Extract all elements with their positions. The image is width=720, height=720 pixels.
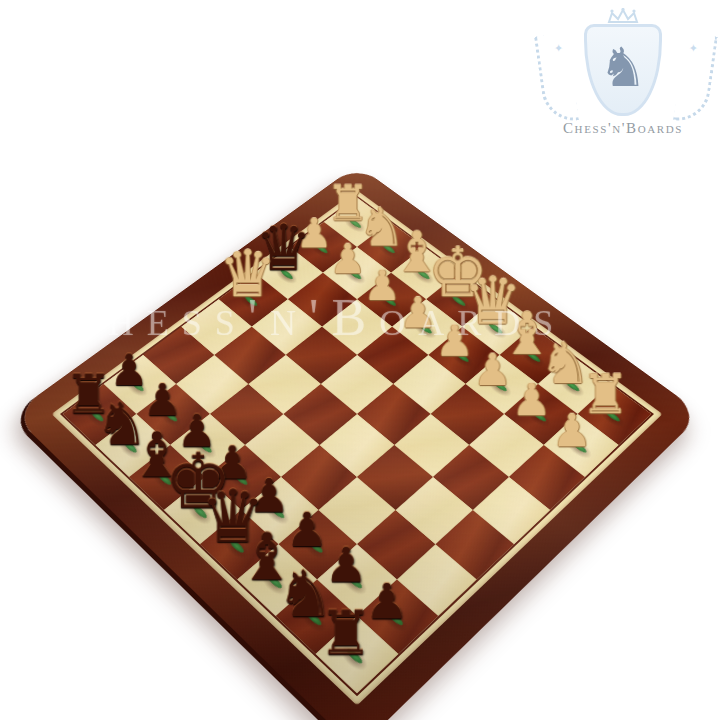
product-photo-scene: ♜♞♝♚♛♝♞♜♟♟♟♟♟♟♟♟♛♛♟♟♟♟♟♟♟♟♜♞♝♚♛♝♞♜ Chess…	[0, 0, 720, 720]
board-border-strip: ♜♞♝♚♛♝♞♜♟♟♟♟♟♟♟♟♛♛♟♟♟♟♟♟♟♟♜♞♝♚♛♝♞♜	[52, 190, 663, 705]
white-queen-h4[interactable]: ♛	[219, 242, 268, 306]
logo-shield: ♞	[584, 24, 662, 116]
crown-icon	[606, 8, 640, 24]
laurel-right-icon	[673, 32, 718, 125]
square-a8[interactable]: ♜	[316, 616, 399, 693]
black-rook-a8[interactable]: ♜	[317, 603, 376, 664]
chess-board-frame: ♜♞♝♚♛♝♞♜♟♟♟♟♟♟♟♟♛♛♟♟♟♟♟♟♟♟♜♞♝♚♛♝♞♜	[12, 165, 702, 720]
chess-board-grid: ♜♞♝♚♛♝♞♜♟♟♟♟♟♟♟♟♛♛♟♟♟♟♟♟♟♟♜♞♝♚♛♝♞♜	[63, 198, 651, 694]
brand-name: Chess'n'Boards	[528, 120, 718, 137]
chess-board-3d: ♜♞♝♚♛♝♞♜♟♟♟♟♟♟♟♟♛♛♟♟♟♟♟♟♟♟♜♞♝♚♛♝♞♜	[12, 165, 702, 720]
laurel-left-icon	[534, 32, 579, 125]
knight-icon: ♞	[599, 35, 647, 98]
white-pawn-a2[interactable]: ♟	[546, 408, 599, 453]
brand-logo: ✦ ✦ ♞ Chess'n'Boards	[528, 8, 718, 140]
